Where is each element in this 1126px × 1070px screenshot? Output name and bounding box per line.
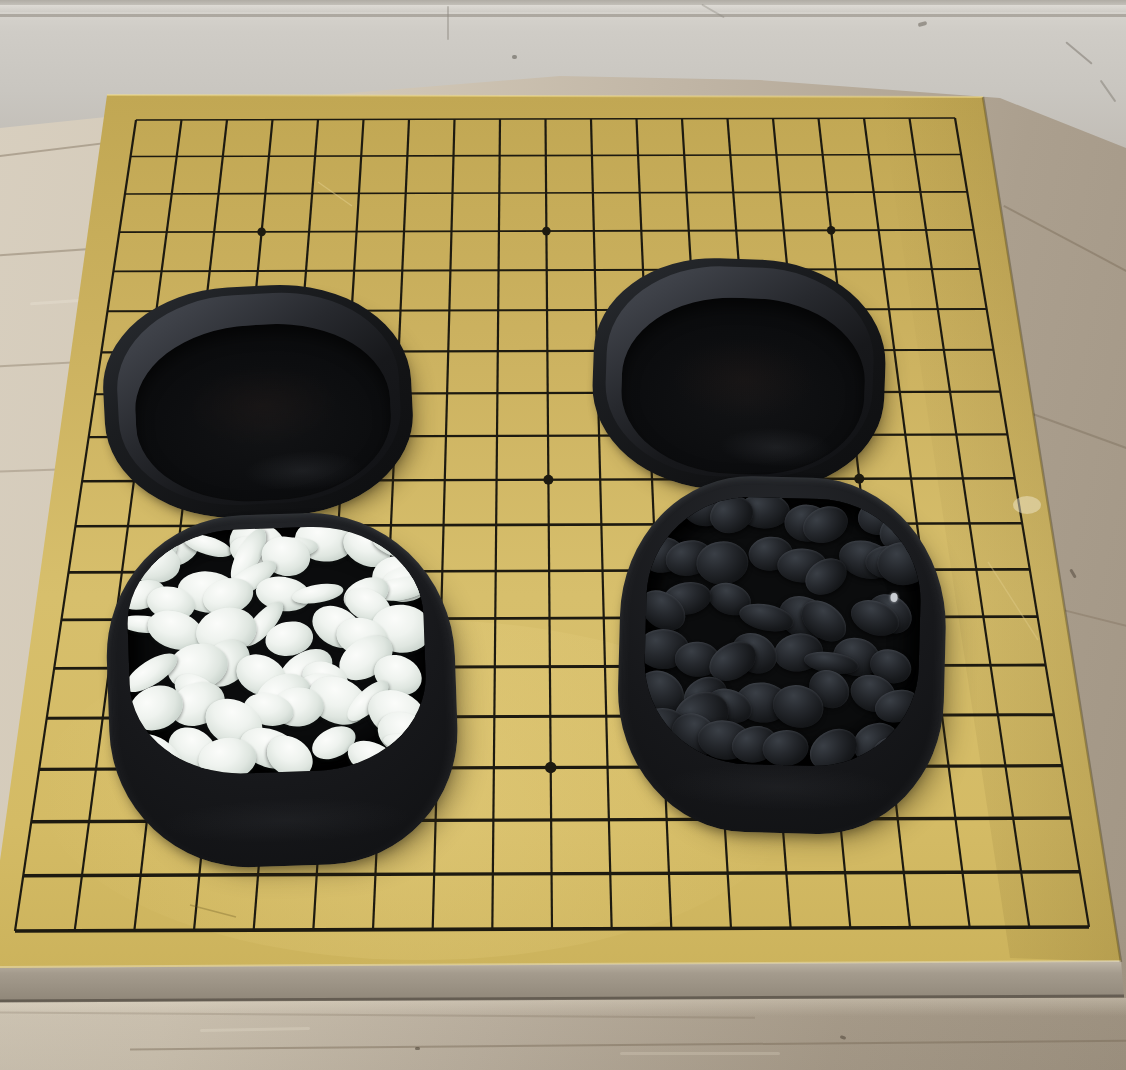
black-bowl-lid	[589, 254, 889, 495]
floor-grain-streak	[200, 1027, 310, 1032]
black-stones-heap	[642, 494, 923, 768]
go-scene-photo	[0, 0, 1126, 1070]
floor-plank-seam	[130, 1040, 1126, 1051]
floor-grain-streak	[415, 1047, 420, 1050]
white-bowl-lid	[98, 278, 418, 525]
floor-plank-seam	[1028, 412, 1126, 455]
wall-scuff-mark	[1065, 41, 1092, 64]
floor-plank-seam	[1063, 609, 1126, 633]
floor-plank-seam	[1003, 205, 1126, 277]
go-stone-black	[802, 720, 865, 769]
wall-scuff-mark	[701, 4, 725, 19]
go-stone-black	[876, 542, 923, 587]
floor-grain-streak	[1069, 568, 1077, 578]
floor-grain-streak	[840, 1035, 847, 1040]
wall-scuff-mark	[512, 55, 517, 59]
go-stone-white	[382, 731, 429, 756]
white-stones-heap	[124, 523, 428, 777]
wood-floor	[0, 0, 1126, 1070]
floor-grain-streak	[620, 1052, 780, 1055]
floor-plank-seam	[0, 237, 244, 256]
wall-scuff-mark	[447, 6, 449, 40]
floor-plank-seam	[0, 126, 233, 157]
floor-grain-streak	[30, 298, 100, 306]
white-stones-bowl	[102, 508, 462, 872]
wall-scuff-mark	[1100, 80, 1117, 102]
wall-scuff-mark	[918, 21, 928, 27]
black-stones-bowl	[614, 473, 949, 837]
